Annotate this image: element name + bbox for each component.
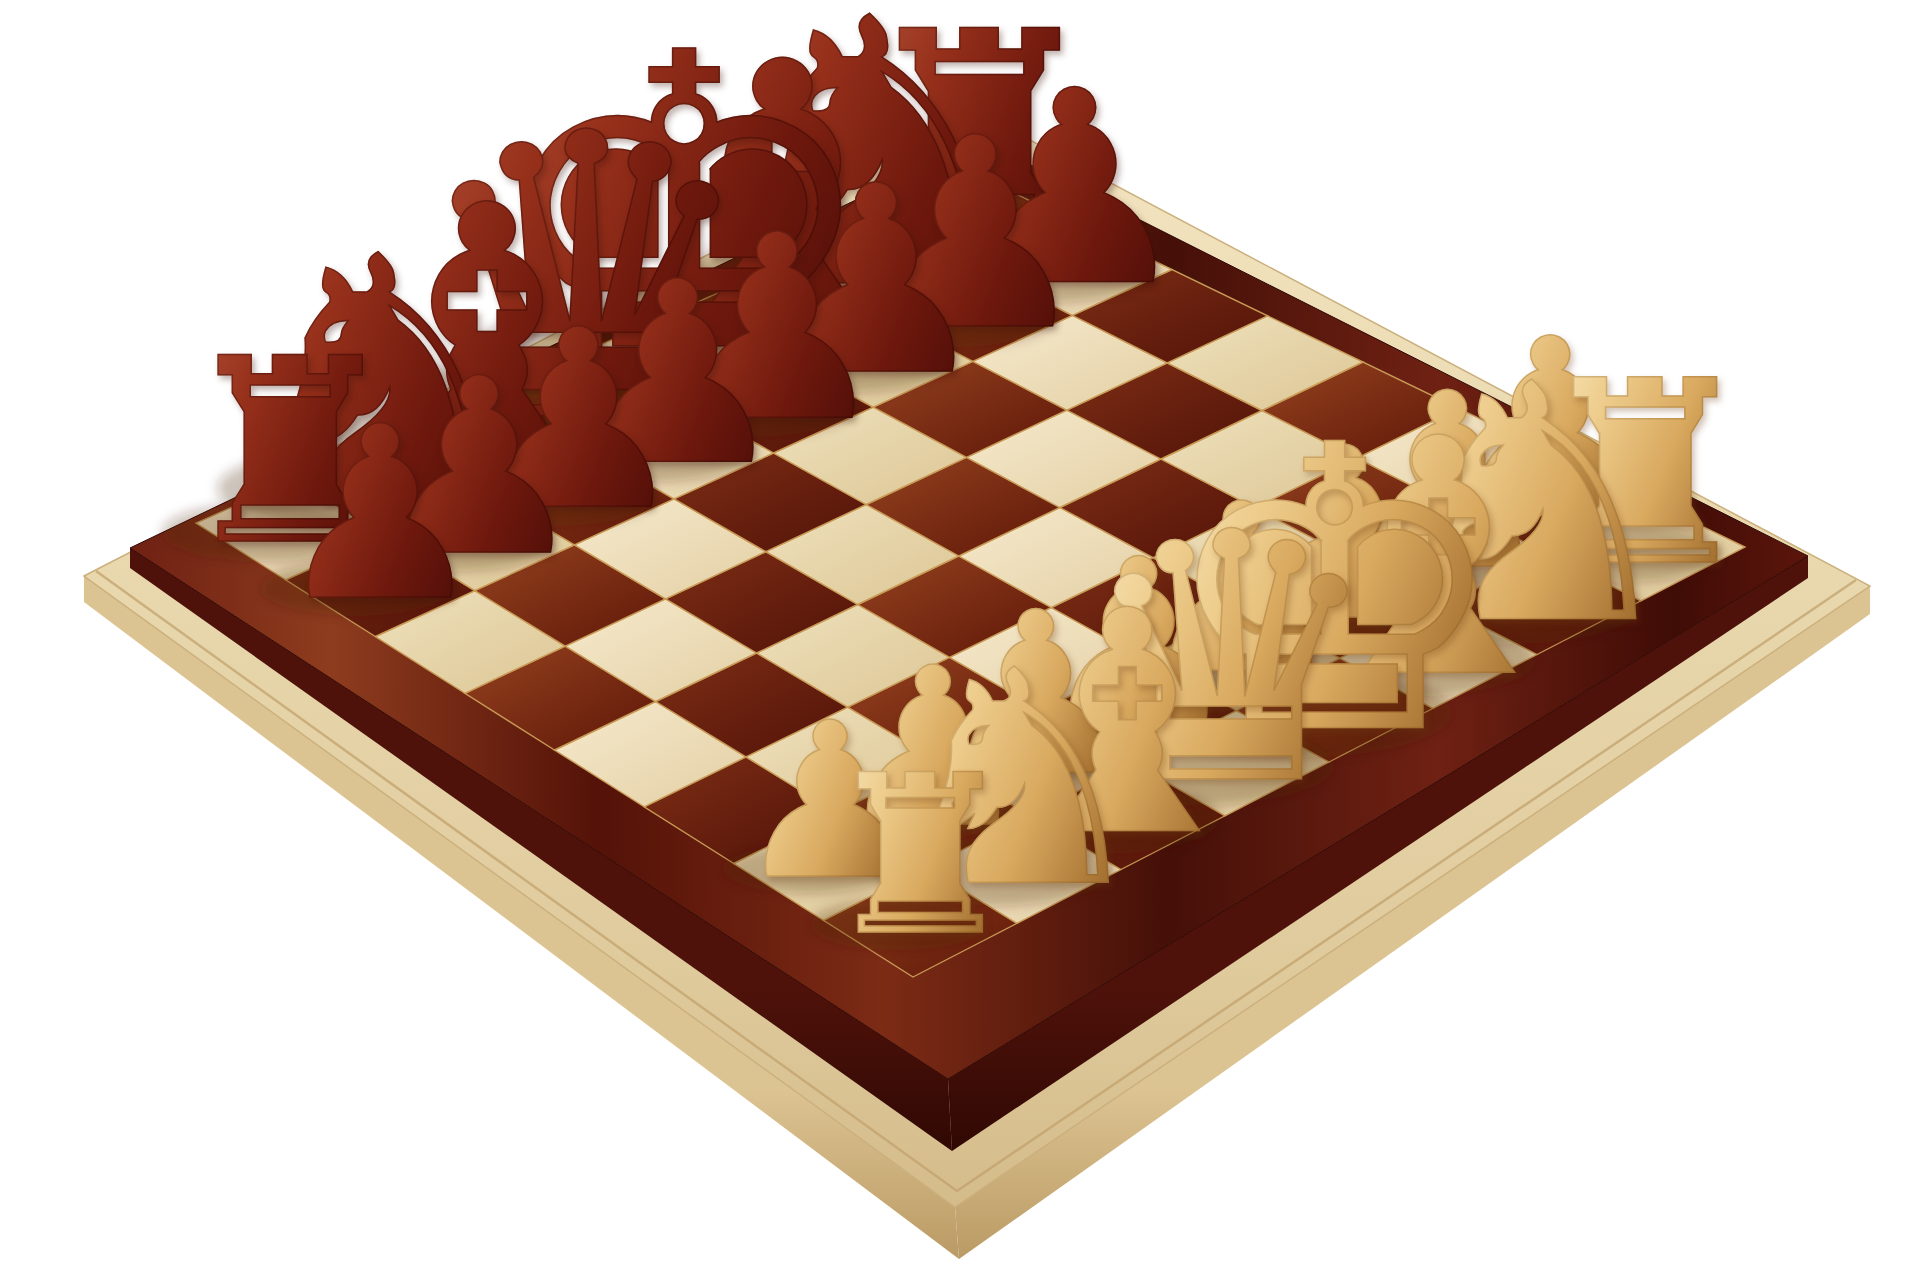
chess-set-photo: ♜♞♝♛♚♝♞♜♟♟♟♟♟♟♟♟♟♟♟♟♟♟♟♟♜♞♝♛♚♝♞♜ bbox=[0, 0, 1920, 1276]
piece-black-pawn-a7[interactable]: ♟ bbox=[273, 394, 487, 633]
piece-white-rook-a1[interactable]: ♜ bbox=[821, 746, 1018, 966]
pieces-layer: ♜♞♝♛♚♝♞♜♟♟♟♟♟♟♟♟♟♟♟♟♟♟♟♟♜♞♝♛♚♝♞♜ bbox=[0, 0, 1920, 1276]
